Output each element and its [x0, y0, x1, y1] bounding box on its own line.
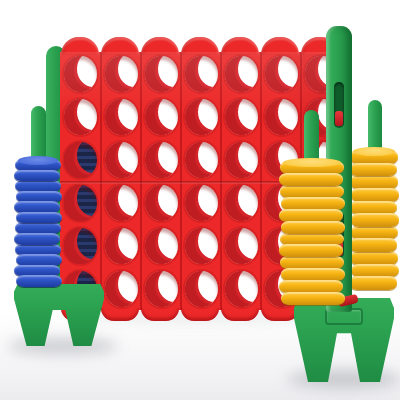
board-cell — [220, 138, 260, 181]
board-cell — [180, 138, 220, 181]
board-hole — [265, 56, 298, 92]
board-hole — [145, 271, 178, 307]
board-cell — [220, 95, 260, 138]
yellow-stack-cap — [353, 147, 395, 156]
yellow-ring — [349, 201, 397, 215]
board-cell — [140, 267, 180, 310]
board-hole — [225, 271, 258, 307]
blue-ring — [14, 170, 60, 182]
yellow-ring — [279, 244, 343, 257]
board-cell — [260, 52, 300, 95]
board-cell — [140, 181, 180, 224]
board-cell — [140, 224, 180, 267]
floor-shadow — [8, 338, 118, 354]
blue-ring — [16, 212, 62, 224]
board-hole — [225, 56, 258, 92]
board-hole — [185, 99, 218, 135]
yellow-ring — [349, 163, 397, 177]
board-hole — [185, 185, 218, 221]
board-hole — [145, 99, 178, 135]
board-cell — [100, 224, 140, 267]
yellow-ring — [281, 221, 345, 234]
blue-ring-stack — [15, 160, 61, 287]
board-cell — [100, 52, 140, 95]
yellow-ring — [349, 238, 397, 252]
yellow-ring — [351, 213, 399, 227]
board-hole — [64, 99, 97, 135]
board-hole — [64, 228, 97, 264]
board-hole — [105, 185, 138, 221]
board-cell — [180, 224, 220, 267]
board-hole — [145, 142, 178, 178]
yellow-ring — [351, 264, 399, 278]
board-hole — [145, 56, 178, 92]
board-hole — [64, 56, 97, 92]
board-cell — [140, 95, 180, 138]
board-cell — [260, 95, 300, 138]
red-latch-slider — [335, 111, 343, 126]
latch-slot — [334, 82, 344, 128]
board-cell — [60, 138, 100, 181]
board-cell — [220, 52, 260, 95]
board-cell — [180, 267, 220, 310]
yellow-ring — [349, 276, 397, 290]
board-hole — [185, 56, 218, 92]
board-cell — [60, 181, 100, 224]
board-hole — [185, 228, 218, 264]
yellow-ring — [350, 251, 398, 265]
board-cell — [180, 181, 220, 224]
board-hole — [185, 271, 218, 307]
board-hole — [225, 185, 258, 221]
board-cell — [100, 181, 140, 224]
board-cell — [100, 267, 140, 310]
board-hole — [105, 99, 138, 135]
yellow-ring — [281, 292, 345, 305]
board-cell — [60, 224, 100, 267]
board-hole — [225, 142, 258, 178]
board-hole — [225, 99, 258, 135]
board-hole — [105, 142, 138, 178]
blue-ring — [16, 275, 62, 287]
board-hole — [145, 185, 178, 221]
board-hole — [145, 228, 178, 264]
yellow-ring — [350, 226, 398, 240]
yellow-ring-stack-rear — [350, 151, 398, 290]
yellow-ring — [350, 175, 398, 189]
board-hole — [265, 99, 298, 135]
floor-shadow — [288, 370, 400, 388]
board-hole — [185, 142, 218, 178]
board-cell — [220, 181, 260, 224]
board-cell — [220, 267, 260, 310]
board-cell — [100, 95, 140, 138]
yellow-ring-stack-front — [280, 162, 344, 305]
board-hole — [64, 185, 97, 221]
yellow-stack-cap — [283, 158, 341, 167]
blue-stack-cap — [18, 156, 58, 165]
yellow-ring — [279, 173, 343, 186]
board-hole — [105, 271, 138, 307]
board-cell — [220, 224, 260, 267]
board-cell — [180, 95, 220, 138]
blue-ring — [14, 233, 60, 245]
board-hole — [225, 228, 258, 264]
board-cell — [60, 52, 100, 95]
board-cell — [140, 138, 180, 181]
board-cell — [140, 52, 180, 95]
product-photo — [0, 0, 400, 400]
board-hole — [64, 142, 97, 178]
board-hole — [105, 56, 138, 92]
board-cell — [60, 95, 100, 138]
yellow-ring — [351, 188, 399, 202]
left-foot — [14, 284, 104, 346]
board-hole — [105, 228, 138, 264]
board-cell — [100, 138, 140, 181]
board-cell — [180, 52, 220, 95]
